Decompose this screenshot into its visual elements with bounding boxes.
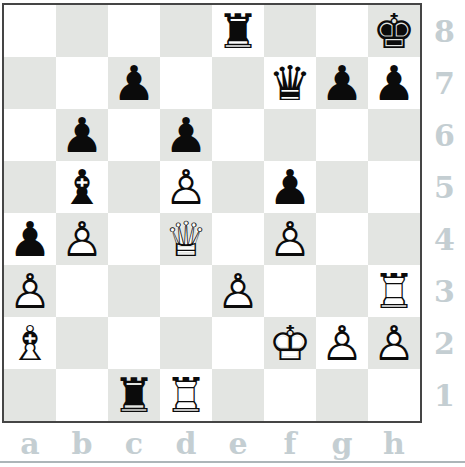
file-label-g: g bbox=[316, 425, 368, 461]
file-label-d: d bbox=[160, 425, 212, 461]
square-d8 bbox=[160, 5, 212, 57]
piece-black-rook-icon: ♜ bbox=[108, 369, 160, 421]
piece-white-rook-icon: ♜♖ bbox=[160, 369, 212, 421]
rank-label-8: 8 bbox=[424, 5, 465, 57]
piece-white-pawn-icon: ♟♙ bbox=[264, 213, 316, 265]
square-b3 bbox=[56, 265, 108, 317]
rank-label-5: 5 bbox=[424, 161, 465, 213]
square-e4 bbox=[212, 213, 264, 265]
square-g3 bbox=[316, 265, 368, 317]
rank-label-3: 3 bbox=[424, 265, 465, 317]
square-c5 bbox=[108, 161, 160, 213]
piece-white-pawn-icon: ♟♙ bbox=[4, 265, 56, 317]
square-g4 bbox=[316, 213, 368, 265]
square-b6: ♟ bbox=[56, 109, 108, 161]
rank-label-1: 1 bbox=[424, 369, 465, 421]
square-e6 bbox=[212, 109, 264, 161]
piece-white-pawn-icon: ♟♙ bbox=[368, 317, 420, 369]
bottom-divider bbox=[0, 461, 465, 463]
piece-black-king-icon: ♚ bbox=[368, 5, 420, 57]
square-e2 bbox=[212, 317, 264, 369]
piece-black-pawn-icon: ♟ bbox=[264, 161, 316, 213]
square-a1 bbox=[4, 369, 56, 421]
square-a6 bbox=[4, 109, 56, 161]
square-g7: ♟ bbox=[316, 57, 368, 109]
piece-white-pawn-icon: ♟♙ bbox=[212, 265, 264, 317]
file-label-h: h bbox=[368, 425, 420, 461]
piece-black-pawn-icon: ♟ bbox=[108, 57, 160, 109]
square-h6 bbox=[368, 109, 420, 161]
square-a3: ♟♙ bbox=[4, 265, 56, 317]
square-c6 bbox=[108, 109, 160, 161]
piece-black-queen-icon: ♛ bbox=[264, 57, 316, 109]
square-b1 bbox=[56, 369, 108, 421]
square-d2 bbox=[160, 317, 212, 369]
square-c4 bbox=[108, 213, 160, 265]
file-labels: abcdefgh bbox=[4, 425, 420, 461]
square-g2: ♟♙ bbox=[316, 317, 368, 369]
chess-diagram: ♜♚♟♛♟♟♟♟♝♟♙♟♟♟♙♛♕♟♙♟♙♟♙♜♖♝♗♚♔♟♙♟♙♜♜♖ 876… bbox=[0, 0, 465, 467]
square-e1 bbox=[212, 369, 264, 421]
chess-board: ♜♚♟♛♟♟♟♟♝♟♙♟♟♟♙♛♕♟♙♟♙♟♙♜♖♝♗♚♔♟♙♟♙♜♜♖ bbox=[2, 3, 422, 423]
square-h7: ♟ bbox=[368, 57, 420, 109]
square-e8: ♜ bbox=[212, 5, 264, 57]
square-h3: ♜♖ bbox=[368, 265, 420, 317]
piece-black-bishop-icon: ♝ bbox=[56, 161, 108, 213]
square-d5: ♟♙ bbox=[160, 161, 212, 213]
square-h2: ♟♙ bbox=[368, 317, 420, 369]
square-e7 bbox=[212, 57, 264, 109]
rank-label-2: 2 bbox=[424, 317, 465, 369]
piece-black-pawn-icon: ♟ bbox=[160, 109, 212, 161]
square-c2 bbox=[108, 317, 160, 369]
square-b4: ♟♙ bbox=[56, 213, 108, 265]
square-d6: ♟ bbox=[160, 109, 212, 161]
file-label-f: f bbox=[264, 425, 316, 461]
piece-black-rook-icon: ♜ bbox=[212, 5, 264, 57]
piece-black-pawn-icon: ♟ bbox=[56, 109, 108, 161]
square-f4: ♟♙ bbox=[264, 213, 316, 265]
piece-white-rook-icon: ♜♖ bbox=[368, 265, 420, 317]
square-a2: ♝♗ bbox=[4, 317, 56, 369]
rank-label-6: 6 bbox=[424, 109, 465, 161]
square-f2: ♚♔ bbox=[264, 317, 316, 369]
rank-label-4: 4 bbox=[424, 213, 465, 265]
square-f1 bbox=[264, 369, 316, 421]
piece-black-pawn-icon: ♟ bbox=[316, 57, 368, 109]
square-g8 bbox=[316, 5, 368, 57]
square-g1 bbox=[316, 369, 368, 421]
rank-label-7: 7 bbox=[424, 57, 465, 109]
square-f8 bbox=[264, 5, 316, 57]
square-a7 bbox=[4, 57, 56, 109]
square-c7: ♟ bbox=[108, 57, 160, 109]
square-h1 bbox=[368, 369, 420, 421]
square-b7 bbox=[56, 57, 108, 109]
square-g6 bbox=[316, 109, 368, 161]
square-b2 bbox=[56, 317, 108, 369]
piece-white-pawn-icon: ♟♙ bbox=[56, 213, 108, 265]
square-f6 bbox=[264, 109, 316, 161]
square-d7 bbox=[160, 57, 212, 109]
file-label-c: c bbox=[108, 425, 160, 461]
square-h5 bbox=[368, 161, 420, 213]
piece-white-bishop-icon: ♝♗ bbox=[4, 317, 56, 369]
square-c3 bbox=[108, 265, 160, 317]
square-e3: ♟♙ bbox=[212, 265, 264, 317]
square-a5 bbox=[4, 161, 56, 213]
piece-black-pawn-icon: ♟ bbox=[368, 57, 420, 109]
square-h4 bbox=[368, 213, 420, 265]
piece-white-pawn-icon: ♟♙ bbox=[160, 161, 212, 213]
square-h8: ♚ bbox=[368, 5, 420, 57]
square-c1: ♜ bbox=[108, 369, 160, 421]
square-f7: ♛ bbox=[264, 57, 316, 109]
square-b5: ♝ bbox=[56, 161, 108, 213]
piece-black-pawn-icon: ♟ bbox=[4, 213, 56, 265]
square-a8 bbox=[4, 5, 56, 57]
square-c8 bbox=[108, 5, 160, 57]
square-g5 bbox=[316, 161, 368, 213]
file-label-a: a bbox=[4, 425, 56, 461]
piece-white-queen-icon: ♛♕ bbox=[160, 213, 212, 265]
square-d4: ♛♕ bbox=[160, 213, 212, 265]
square-b8 bbox=[56, 5, 108, 57]
file-label-b: b bbox=[56, 425, 108, 461]
file-label-e: e bbox=[212, 425, 264, 461]
square-d1: ♜♖ bbox=[160, 369, 212, 421]
piece-white-pawn-icon: ♟♙ bbox=[316, 317, 368, 369]
square-f5: ♟ bbox=[264, 161, 316, 213]
square-d3 bbox=[160, 265, 212, 317]
piece-white-king-icon: ♚♔ bbox=[264, 317, 316, 369]
square-a4: ♟ bbox=[4, 213, 56, 265]
rank-labels: 87654321 bbox=[424, 5, 465, 421]
square-e5 bbox=[212, 161, 264, 213]
square-f3 bbox=[264, 265, 316, 317]
